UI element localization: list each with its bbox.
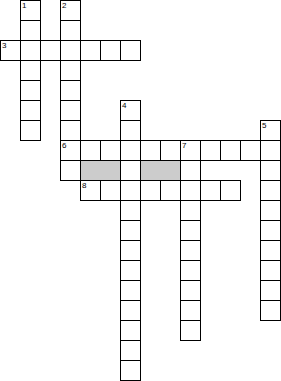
crossword-cell[interactable]: 1 [20, 0, 41, 21]
crossword-cell[interactable] [200, 140, 221, 161]
crossword-cell[interactable] [260, 240, 281, 261]
crossword-cell-shaded [140, 160, 181, 181]
crossword-cell[interactable] [140, 140, 161, 161]
crossword-cell[interactable] [120, 240, 141, 261]
crossword-cell[interactable]: 4 [120, 100, 141, 121]
crossword-cell[interactable] [80, 40, 101, 61]
crossword-cell[interactable] [220, 140, 241, 161]
crossword-cell[interactable] [160, 140, 181, 161]
crossword-cell[interactable]: 5 [260, 120, 281, 141]
crossword-cell[interactable] [140, 180, 161, 201]
crossword-cell[interactable] [120, 200, 141, 221]
crossword-cell[interactable] [180, 280, 201, 301]
crossword-cell[interactable] [60, 20, 81, 41]
crossword-cell[interactable] [120, 300, 141, 321]
crossword-cell[interactable] [60, 40, 81, 61]
crossword-cell[interactable] [120, 340, 141, 361]
crossword-cell[interactable] [120, 280, 141, 301]
crossword-cell[interactable] [120, 40, 141, 61]
crossword-cell[interactable]: 3 [0, 40, 21, 61]
crossword-cell[interactable] [20, 40, 41, 61]
crossword-cell[interactable] [260, 180, 281, 201]
crossword-cell[interactable] [60, 120, 81, 141]
clue-number: 4 [122, 101, 126, 110]
crossword-cell[interactable] [120, 160, 141, 181]
crossword-cell[interactable] [60, 80, 81, 101]
crossword-cell[interactable] [260, 160, 281, 181]
crossword-cell[interactable] [120, 260, 141, 281]
clue-number: 1 [22, 1, 26, 10]
crossword-cell[interactable] [180, 300, 201, 321]
crossword-cell[interactable] [260, 200, 281, 221]
crossword-cell[interactable] [120, 120, 141, 141]
crossword-cell[interactable] [180, 200, 201, 221]
crossword-cell[interactable] [120, 320, 141, 341]
crossword-cell[interactable] [260, 260, 281, 281]
clue-number: 8 [82, 181, 86, 190]
crossword-cell[interactable] [260, 300, 281, 321]
crossword-cell[interactable] [180, 240, 201, 261]
crossword-cell[interactable] [20, 80, 41, 101]
crossword-cell[interactable] [180, 260, 201, 281]
crossword-cell[interactable]: 8 [80, 180, 101, 201]
crossword-cell[interactable] [160, 180, 181, 201]
crossword-cell[interactable] [260, 280, 281, 301]
crossword-cell[interactable]: 7 [180, 140, 201, 161]
crossword-cell[interactable] [120, 140, 141, 161]
crossword-cell[interactable] [200, 180, 221, 201]
crossword-cell[interactable] [60, 160, 81, 181]
crossword-cell[interactable]: 2 [60, 0, 81, 21]
crossword-cell-shaded [80, 160, 121, 181]
clue-number: 6 [62, 141, 66, 150]
crossword-cell[interactable] [60, 100, 81, 121]
crossword-cell[interactable] [180, 160, 201, 181]
crossword-cell[interactable] [180, 320, 201, 341]
crossword-cell[interactable] [120, 360, 141, 381]
crossword-cell[interactable] [220, 180, 241, 201]
crossword-cell[interactable] [120, 220, 141, 241]
crossword-cell[interactable] [20, 120, 41, 141]
crossword-cell[interactable] [100, 140, 121, 161]
clue-number: 5 [262, 121, 266, 130]
crossword-cell[interactable] [260, 140, 281, 161]
crossword-cell[interactable] [20, 100, 41, 121]
clue-number: 7 [182, 141, 186, 150]
crossword-board: 12345678 [0, 0, 281, 381]
crossword-cell[interactable] [260, 220, 281, 241]
clue-number: 2 [62, 1, 66, 10]
crossword-cell[interactable] [60, 60, 81, 81]
crossword-cell[interactable] [100, 40, 121, 61]
crossword-cell[interactable] [80, 140, 101, 161]
crossword-cell[interactable] [20, 60, 41, 81]
crossword-cell[interactable] [100, 180, 121, 201]
crossword-cell[interactable] [240, 140, 261, 161]
crossword-cell[interactable]: 6 [60, 140, 81, 161]
clue-number: 3 [2, 41, 6, 50]
crossword-cell[interactable] [180, 220, 201, 241]
crossword-cell[interactable] [40, 40, 61, 61]
crossword-cell[interactable] [20, 20, 41, 41]
crossword-cell[interactable] [180, 180, 201, 201]
crossword-cell[interactable] [120, 180, 141, 201]
